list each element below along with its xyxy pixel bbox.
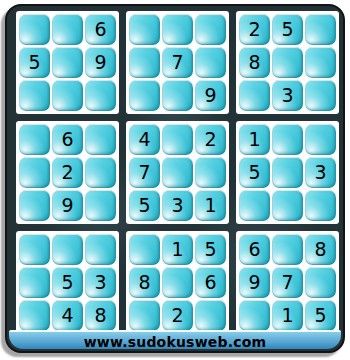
sudoku-cell-r4c9[interactable] [305, 124, 336, 155]
sudoku-cell-r5c2[interactable]: 2 [52, 157, 83, 188]
sudoku-cell-r2c3[interactable]: 9 [85, 47, 116, 78]
sudoku-cell-r7c6[interactable]: 5 [195, 234, 226, 265]
sudoku-cell-r1c6[interactable] [195, 14, 226, 45]
sudoku-cell-r8c6[interactable]: 6 [195, 267, 226, 298]
footer-bar: www.sudokusweb.com [9, 330, 341, 349]
box-1: 659 [16, 11, 119, 114]
sudoku-cell-r3c9[interactable] [305, 80, 336, 111]
sudoku-cell-r5c3[interactable] [85, 157, 116, 188]
box-9: 689715 [236, 231, 339, 334]
sudoku-cell-r1c3[interactable]: 6 [85, 14, 116, 45]
sudoku-cell-r9c1[interactable] [19, 300, 50, 331]
sudoku-cell-r5c6[interactable] [195, 157, 226, 188]
sudoku-cell-r4c4[interactable]: 4 [129, 124, 160, 155]
sudoku-cell-r8c1[interactable] [19, 267, 50, 298]
sudoku-cell-r8c7[interactable]: 9 [239, 267, 270, 298]
sudoku-cell-r1c8[interactable]: 5 [272, 14, 303, 45]
sudoku-cell-r4c3[interactable] [85, 124, 116, 155]
sudoku-cell-r8c5[interactable] [162, 267, 193, 298]
sudoku-cell-r5c7[interactable]: 5 [239, 157, 270, 188]
sudoku-cell-r3c8[interactable]: 3 [272, 80, 303, 111]
box-8: 15862 [126, 231, 229, 334]
sudoku-cell-r2c7[interactable]: 8 [239, 47, 270, 78]
sudoku-cell-r7c2[interactable] [52, 234, 83, 265]
sudoku-cell-r3c7[interactable] [239, 80, 270, 111]
sudoku-cell-r5c8[interactable] [272, 157, 303, 188]
box-6: 153 [236, 121, 339, 224]
sudoku-cell-r6c4[interactable]: 5 [129, 190, 160, 221]
sudoku-cell-r4c5[interactable] [162, 124, 193, 155]
sudoku-cell-r8c2[interactable]: 5 [52, 267, 83, 298]
sudoku-cell-r7c1[interactable] [19, 234, 50, 265]
sudoku-cell-r7c8[interactable] [272, 234, 303, 265]
sudoku-cell-r1c5[interactable] [162, 14, 193, 45]
sudoku-cell-r6c5[interactable]: 3 [162, 190, 193, 221]
site-link[interactable]: www.sudokusweb.com [84, 334, 267, 350]
sudoku-cell-r4c8[interactable] [272, 124, 303, 155]
box-2: 79 [126, 11, 229, 114]
sudoku-cell-r5c5[interactable] [162, 157, 193, 188]
sudoku-cell-r3c2[interactable] [52, 80, 83, 111]
sudoku-cell-r8c9[interactable] [305, 267, 336, 298]
sudoku-cell-r9c6[interactable] [195, 300, 226, 331]
sudoku-cell-r2c2[interactable] [52, 47, 83, 78]
sudoku-cell-r3c5[interactable] [162, 80, 193, 111]
sudoku-cell-r6c6[interactable]: 1 [195, 190, 226, 221]
sudoku-cell-r2c1[interactable]: 5 [19, 47, 50, 78]
sudoku-cell-r2c5[interactable]: 7 [162, 47, 193, 78]
sudoku-cell-r7c3[interactable] [85, 234, 116, 265]
sudoku-cell-r7c7[interactable]: 6 [239, 234, 270, 265]
sudoku-cell-r7c5[interactable]: 1 [162, 234, 193, 265]
sudoku-cell-r3c1[interactable] [19, 80, 50, 111]
sudoku-cell-r9c5[interactable]: 2 [162, 300, 193, 331]
box-3: 2583 [236, 11, 339, 114]
sudoku-cell-r1c1[interactable] [19, 14, 50, 45]
sudoku-cell-r2c8[interactable] [272, 47, 303, 78]
sudoku-cell-r1c9[interactable] [305, 14, 336, 45]
sudoku-cell-r2c9[interactable] [305, 47, 336, 78]
sudoku-cell-r8c3[interactable]: 3 [85, 267, 116, 298]
sudoku-cell-r5c1[interactable] [19, 157, 50, 188]
sudoku-cell-r6c7[interactable] [239, 190, 270, 221]
sudoku-board: 659 79 2583 629 427531 153 5348 15862 68… [5, 4, 345, 353]
sudoku-cell-r8c4[interactable]: 8 [129, 267, 160, 298]
sudoku-cell-r6c2[interactable]: 9 [52, 190, 83, 221]
sudoku-cell-r1c4[interactable] [129, 14, 160, 45]
sudoku-cell-r9c3[interactable]: 8 [85, 300, 116, 331]
sudoku-cell-r9c7[interactable] [239, 300, 270, 331]
box-7: 5348 [16, 231, 119, 334]
sudoku-cell-r9c4[interactable] [129, 300, 160, 331]
sudoku-cell-r4c7[interactable]: 1 [239, 124, 270, 155]
sudoku-cell-r6c1[interactable] [19, 190, 50, 221]
sudoku-cell-r9c8[interactable]: 1 [272, 300, 303, 331]
sudoku-cell-r6c9[interactable] [305, 190, 336, 221]
sudoku-cell-r6c3[interactable] [85, 190, 116, 221]
sudoku-cell-r1c2[interactable] [52, 14, 83, 45]
sudoku-cell-r7c9[interactable]: 8 [305, 234, 336, 265]
sudoku-cell-r5c4[interactable]: 7 [129, 157, 160, 188]
sudoku-cell-r3c4[interactable] [129, 80, 160, 111]
sudoku-cell-r4c2[interactable]: 6 [52, 124, 83, 155]
sudoku-cell-r9c2[interactable]: 4 [52, 300, 83, 331]
box-5: 427531 [126, 121, 229, 224]
sudoku-cell-r7c4[interactable] [129, 234, 160, 265]
sudoku-cell-r2c6[interactable] [195, 47, 226, 78]
sudoku-cell-r8c8[interactable]: 7 [272, 267, 303, 298]
sudoku-grid: 659 79 2583 629 427531 153 5348 15862 68… [16, 11, 339, 334]
sudoku-cell-r2c4[interactable] [129, 47, 160, 78]
sudoku-cell-r1c7[interactable]: 2 [239, 14, 270, 45]
sudoku-cell-r3c3[interactable] [85, 80, 116, 111]
sudoku-cell-r9c9[interactable]: 5 [305, 300, 336, 331]
sudoku-cell-r4c1[interactable] [19, 124, 50, 155]
box-4: 629 [16, 121, 119, 224]
sudoku-cell-r6c8[interactable] [272, 190, 303, 221]
sudoku-cell-r4c6[interactable]: 2 [195, 124, 226, 155]
sudoku-cell-r3c6[interactable]: 9 [195, 80, 226, 111]
sudoku-cell-r5c9[interactable]: 3 [305, 157, 336, 188]
